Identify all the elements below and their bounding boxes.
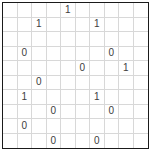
cell-r6c4[interactable] [61,90,76,105]
cell-r1c0[interactable] [3,18,18,33]
cell-r5c3[interactable] [47,76,62,91]
cell-r7c4[interactable] [61,105,76,120]
cell-r1c8[interactable] [119,18,134,33]
cell-r2c1[interactable] [18,32,33,47]
cell-r0c6[interactable] [90,3,105,18]
cell-r5c2-clue: 0 [32,76,47,91]
cell-r7c5[interactable] [76,105,91,120]
cell-r0c5[interactable] [76,3,91,18]
cell-r6c6-clue: 1 [90,90,105,105]
cell-r4c1[interactable] [18,61,33,76]
cell-r7c7-clue: 0 [105,105,120,120]
cell-r1c7[interactable] [105,18,120,33]
puzzle-stage: 111000101100000 [0,0,150,150]
cell-r8c7[interactable] [105,119,120,134]
cell-r8c6[interactable] [90,119,105,134]
cell-r3c0[interactable] [3,47,18,62]
cell-r6c8[interactable] [119,90,134,105]
cell-r1c3[interactable] [47,18,62,33]
cell-r4c7[interactable] [105,61,120,76]
cell-r9c6-clue: 0 [90,134,105,149]
cell-r4c6[interactable] [90,61,105,76]
cell-r3c8[interactable] [119,47,134,62]
cell-r3c4[interactable] [61,47,76,62]
cell-r5c9[interactable] [134,76,149,91]
cell-r7c9[interactable] [134,105,149,120]
cell-r5c6[interactable] [90,76,105,91]
cell-r8c9[interactable] [134,119,149,134]
cell-r6c3[interactable] [47,90,62,105]
cell-r5c8[interactable] [119,76,134,91]
cell-r4c0[interactable] [3,61,18,76]
cell-r0c0[interactable] [3,3,18,18]
cell-r1c1[interactable] [18,18,33,33]
cell-r8c3[interactable] [47,119,62,134]
cell-r3c3[interactable] [47,47,62,62]
cell-r1c2-clue: 1 [32,18,47,33]
cell-r2c6[interactable] [90,32,105,47]
cell-r7c1[interactable] [18,105,33,120]
cell-r7c6[interactable] [90,105,105,120]
cell-r7c3-clue: 0 [47,105,62,120]
cell-r8c4[interactable] [61,119,76,134]
cell-r9c1[interactable] [18,134,33,149]
puzzle-board: 111000101100000 [2,2,149,149]
cell-r3c5[interactable] [76,47,91,62]
cell-r0c3[interactable] [47,3,62,18]
cell-r6c0[interactable] [3,90,18,105]
cell-r0c8[interactable] [119,3,134,18]
cell-r5c7[interactable] [105,76,120,91]
cell-r5c1[interactable] [18,76,33,91]
cell-r3c2[interactable] [32,47,47,62]
cell-r2c4[interactable] [61,32,76,47]
cell-r3c7-clue: 0 [105,47,120,62]
cell-r6c7[interactable] [105,90,120,105]
cell-r5c0[interactable] [3,76,18,91]
cell-r4c4[interactable] [61,61,76,76]
cell-r1c6-clue: 1 [90,18,105,33]
cell-r2c9[interactable] [134,32,149,47]
cell-r6c5[interactable] [76,90,91,105]
cell-r4c3[interactable] [47,61,62,76]
cell-r9c9[interactable] [134,134,149,149]
cell-r0c7[interactable] [105,3,120,18]
cell-r9c0[interactable] [3,134,18,149]
cell-r2c7[interactable] [105,32,120,47]
cell-r2c8[interactable] [119,32,134,47]
cell-r7c8[interactable] [119,105,134,120]
cell-r3c1-clue: 0 [18,47,33,62]
cell-r7c0[interactable] [3,105,18,120]
cell-r4c2[interactable] [32,61,47,76]
cell-r9c2[interactable] [32,134,47,149]
cell-r9c5[interactable] [76,134,91,149]
cell-r8c5[interactable] [76,119,91,134]
cell-r6c9[interactable] [134,90,149,105]
cell-r6c1-clue: 1 [18,90,33,105]
cell-r3c9[interactable] [134,47,149,62]
cell-r9c7[interactable] [105,134,120,149]
cell-r2c0[interactable] [3,32,18,47]
cell-r1c9[interactable] [134,18,149,33]
cell-r4c8-clue: 1 [119,61,134,76]
cell-r0c2[interactable] [32,3,47,18]
cell-r7c2[interactable] [32,105,47,120]
cell-r5c5[interactable] [76,76,91,91]
cell-r0c1[interactable] [18,3,33,18]
cell-r9c3-clue: 0 [47,134,62,149]
cell-r9c8[interactable] [119,134,134,149]
cell-r0c4-clue: 1 [61,3,76,18]
cell-r1c4[interactable] [61,18,76,33]
cell-r6c2[interactable] [32,90,47,105]
cell-r1c5[interactable] [76,18,91,33]
cell-r8c8[interactable] [119,119,134,134]
cell-r3c6[interactable] [90,47,105,62]
cell-r8c0[interactable] [3,119,18,134]
cell-r2c5[interactable] [76,32,91,47]
cell-r0c9[interactable] [134,3,149,18]
cell-r5c4[interactable] [61,76,76,91]
cell-r4c9[interactable] [134,61,149,76]
cell-r4c5-clue: 0 [76,61,91,76]
cell-r8c1-clue: 0 [18,119,33,134]
cell-r2c2[interactable] [32,32,47,47]
cell-r2c3[interactable] [47,32,62,47]
cell-r8c2[interactable] [32,119,47,134]
cell-r9c4[interactable] [61,134,76,149]
